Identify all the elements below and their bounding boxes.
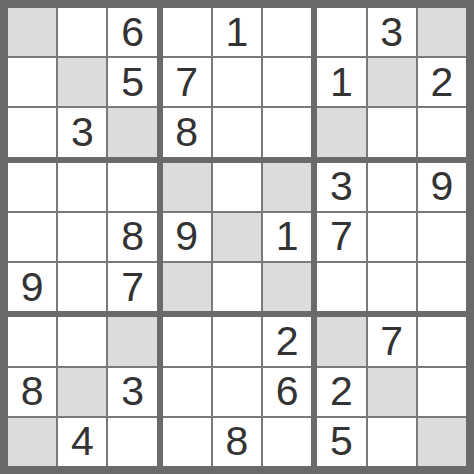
cell-r6c9[interactable]	[418, 263, 466, 311]
cell-r4c5[interactable]	[213, 163, 261, 211]
cell-r9c7: 5	[317, 418, 365, 466]
cell-r3c1[interactable]	[8, 108, 56, 156]
box-r1c3: 312	[317, 8, 466, 157]
cell-r9c6[interactable]	[263, 418, 311, 466]
box-r2c2: 91	[163, 163, 312, 312]
cell-r9c3[interactable]	[108, 418, 156, 466]
cell-r7c1[interactable]	[8, 317, 56, 365]
cell-r2c1[interactable]	[8, 58, 56, 106]
cell-r2c4: 7	[163, 58, 211, 106]
cell-r1c2[interactable]	[58, 8, 106, 56]
cell-r6c3: 7	[108, 263, 156, 311]
cell-r8c1: 8	[8, 368, 56, 416]
cell-r7c6: 2	[263, 317, 311, 365]
cell-r7c3[interactable]	[108, 317, 156, 365]
cell-r2c2[interactable]	[58, 58, 106, 106]
cell-r9c1[interactable]	[8, 418, 56, 466]
cell-r8c3: 3	[108, 368, 156, 416]
cell-r2c3: 5	[108, 58, 156, 106]
box-r2c1: 897	[8, 163, 157, 312]
cell-r8c5[interactable]	[213, 368, 261, 416]
cell-r1c5: 1	[213, 8, 261, 56]
box-r1c1: 653	[8, 8, 157, 157]
cell-r8c7: 2	[317, 368, 365, 416]
cell-r7c9[interactable]	[418, 317, 466, 365]
cell-r8c4[interactable]	[163, 368, 211, 416]
cell-r8c8[interactable]	[368, 368, 416, 416]
cell-r6c4[interactable]	[163, 263, 211, 311]
cell-r1c9[interactable]	[418, 8, 466, 56]
cell-r6c5[interactable]	[213, 263, 261, 311]
cell-r3c5[interactable]	[213, 108, 261, 156]
cell-r2c6[interactable]	[263, 58, 311, 106]
cell-r1c4[interactable]	[163, 8, 211, 56]
cell-r9c8[interactable]	[368, 418, 416, 466]
cell-r5c8[interactable]	[368, 213, 416, 261]
cell-r3c6[interactable]	[263, 108, 311, 156]
cell-r4c8[interactable]	[368, 163, 416, 211]
cell-r5c5[interactable]	[213, 213, 261, 261]
cell-r2c7: 1	[317, 58, 365, 106]
cell-r2c5[interactable]	[213, 58, 261, 106]
cell-r6c1: 9	[8, 263, 56, 311]
cell-r2c8[interactable]	[368, 58, 416, 106]
cell-r1c8: 3	[368, 8, 416, 56]
cell-r4c7: 3	[317, 163, 365, 211]
cell-r4c2[interactable]	[58, 163, 106, 211]
cell-r4c3[interactable]	[108, 163, 156, 211]
cell-r8c9[interactable]	[418, 368, 466, 416]
cell-r5c9[interactable]	[418, 213, 466, 261]
cell-r4c4[interactable]	[163, 163, 211, 211]
cell-r2c9: 2	[418, 58, 466, 106]
cell-r5c2[interactable]	[58, 213, 106, 261]
cell-r4c6[interactable]	[263, 163, 311, 211]
cell-r1c1[interactable]	[8, 8, 56, 56]
cell-r5c3: 8	[108, 213, 156, 261]
cell-r8c2[interactable]	[58, 368, 106, 416]
cell-r7c2[interactable]	[58, 317, 106, 365]
cell-r3c9[interactable]	[418, 108, 466, 156]
cell-r9c4[interactable]	[163, 418, 211, 466]
cell-r9c5: 8	[213, 418, 261, 466]
cell-r3c3[interactable]	[108, 108, 156, 156]
cell-r6c7[interactable]	[317, 263, 365, 311]
cell-r4c9: 9	[418, 163, 466, 211]
cell-r5c7: 7	[317, 213, 365, 261]
cell-r7c5[interactable]	[213, 317, 261, 365]
box-r3c3: 725	[317, 317, 466, 466]
cell-r3c4: 8	[163, 108, 211, 156]
cell-r8c6: 6	[263, 368, 311, 416]
cell-r6c6[interactable]	[263, 263, 311, 311]
box-r1c2: 178	[163, 8, 312, 157]
cell-r5c4: 9	[163, 213, 211, 261]
cell-r4c1[interactable]	[8, 163, 56, 211]
cell-r3c8[interactable]	[368, 108, 416, 156]
box-r2c3: 397	[317, 163, 466, 312]
cell-r6c8[interactable]	[368, 263, 416, 311]
cell-r7c4[interactable]	[163, 317, 211, 365]
cell-r5c6: 1	[263, 213, 311, 261]
cell-r9c2: 4	[58, 418, 106, 466]
cell-r6c2[interactable]	[58, 263, 106, 311]
box-r3c1: 834	[8, 317, 157, 466]
cell-r1c7[interactable]	[317, 8, 365, 56]
cell-r3c7[interactable]	[317, 108, 365, 156]
cell-r5c1[interactable]	[8, 213, 56, 261]
cell-r1c6[interactable]	[263, 8, 311, 56]
box-r3c2: 268	[163, 317, 312, 466]
cell-r9c9[interactable]	[418, 418, 466, 466]
cell-r3c2: 3	[58, 108, 106, 156]
cell-r7c8: 7	[368, 317, 416, 365]
sudoku-board: 653 178 312 897 91 397 834 268 725	[0, 0, 474, 474]
cell-r1c3: 6	[108, 8, 156, 56]
cell-r7c7[interactable]	[317, 317, 365, 365]
